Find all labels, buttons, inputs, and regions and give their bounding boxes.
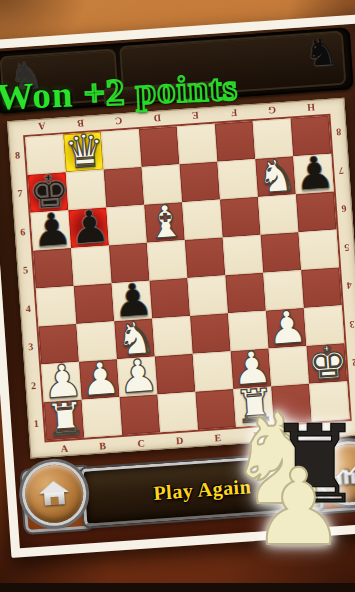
file-label-B: B	[83, 437, 122, 454]
square-d3[interactable]	[152, 316, 193, 357]
result-text: Won	[0, 73, 74, 117]
square-a4[interactable]	[36, 286, 77, 327]
file-label-A: A	[45, 440, 84, 457]
square-g5[interactable]	[261, 232, 302, 273]
square-h3[interactable]	[304, 305, 345, 346]
square-g2[interactable]	[269, 346, 310, 387]
square-f6[interactable]	[220, 197, 261, 238]
result-points-text: +2 points	[83, 66, 239, 113]
white-queen: ♛	[63, 128, 104, 176]
square-c8[interactable]	[101, 129, 142, 170]
app-root: { "game": "chess", "position": "1Q6/k5Np…	[0, 0, 355, 592]
square-f2[interactable]: ♟	[231, 349, 272, 390]
square-d5[interactable]	[147, 240, 188, 281]
square-h8[interactable]	[291, 116, 332, 157]
square-d2[interactable]	[155, 354, 196, 395]
square-c1[interactable]	[120, 394, 161, 435]
square-d8[interactable]	[139, 126, 180, 167]
white-pawn: ♟	[41, 358, 82, 406]
square-c2[interactable]: ♟	[117, 356, 158, 397]
black-king: ♚	[28, 168, 69, 216]
square-g6[interactable]	[258, 194, 299, 235]
white-pawn: ♟	[117, 352, 158, 400]
square-e7[interactable]	[179, 162, 220, 203]
square-b4[interactable]	[74, 283, 115, 324]
white-pawn-decoration: ♟	[251, 455, 346, 561]
square-a1[interactable]: ♜	[44, 400, 85, 441]
square-b1[interactable]	[82, 397, 123, 438]
square-e4[interactable]	[187, 275, 228, 316]
black-knight-icon: ♞	[304, 33, 340, 72]
white-pawn: ♟	[266, 304, 307, 352]
square-d6[interactable]: ♝	[144, 202, 185, 243]
square-g3[interactable]: ♟	[266, 308, 307, 349]
square-c3[interactable]: ♞	[114, 319, 155, 360]
decorative-chess-pieces: ♞ ♜ ♟	[199, 405, 355, 580]
square-c5[interactable]	[109, 243, 150, 284]
square-a5[interactable]	[33, 248, 74, 289]
square-a8[interactable]	[25, 134, 66, 175]
black-pawn: ♟	[30, 206, 71, 254]
home-icon	[38, 480, 70, 508]
square-g7[interactable]: ♞	[255, 156, 296, 197]
square-e6[interactable]	[182, 200, 223, 241]
bottom-black-strip	[0, 583, 355, 592]
square-h5[interactable]	[299, 230, 340, 271]
white-knight: ♞	[114, 315, 155, 363]
square-a7[interactable]: ♚	[28, 172, 69, 213]
square-b2[interactable]: ♟	[79, 359, 120, 400]
white-knight: ♞	[255, 152, 296, 200]
square-h2[interactable]: ♚	[306, 343, 347, 384]
square-b3[interactable]	[76, 321, 117, 362]
square-f4[interactable]	[225, 273, 266, 314]
square-f7[interactable]	[217, 159, 258, 200]
square-e5[interactable]	[185, 237, 226, 278]
square-g8[interactable]	[253, 118, 294, 159]
square-h6[interactable]	[296, 192, 337, 233]
square-b6[interactable]: ♟	[68, 208, 109, 249]
square-f3[interactable]	[228, 311, 269, 352]
white-rook: ♜	[43, 396, 84, 444]
square-e8[interactable]	[177, 124, 218, 165]
white-pawn: ♟	[230, 345, 271, 393]
white-king: ♚	[306, 339, 347, 387]
square-c7[interactable]	[104, 167, 145, 208]
square-h4[interactable]	[301, 267, 342, 308]
rank-label-6: 6	[336, 189, 353, 228]
square-a2[interactable]: ♟	[41, 362, 82, 403]
square-e3[interactable]	[190, 313, 231, 354]
black-pawn: ♟	[68, 204, 109, 252]
square-b5[interactable]	[71, 245, 112, 286]
rank-label-7: 7	[333, 151, 350, 190]
square-d7[interactable]	[142, 164, 183, 205]
square-f8[interactable]	[215, 121, 256, 162]
square-h7[interactable]: ♟	[293, 154, 334, 195]
white-bishop: ♝	[144, 198, 185, 246]
square-f5[interactable]	[223, 235, 264, 276]
white-pawn: ♟	[79, 355, 120, 403]
black-pawn: ♟	[293, 150, 334, 198]
square-a3[interactable]	[38, 324, 79, 365]
square-b8[interactable]: ♛	[63, 132, 104, 173]
square-d4[interactable]	[150, 278, 191, 319]
rank-label-5: 5	[338, 228, 355, 267]
square-b7[interactable]	[66, 170, 107, 211]
rank-label-8: 8	[330, 113, 347, 152]
square-c4[interactable]: ♟	[112, 281, 153, 322]
file-label-D: D	[160, 432, 199, 449]
square-a6[interactable]: ♟	[31, 210, 72, 251]
file-label-C: C	[121, 434, 160, 451]
square-d1[interactable]	[157, 392, 198, 433]
square-g4[interactable]	[263, 270, 304, 311]
black-pawn: ♟	[111, 277, 152, 325]
square-c6[interactable]	[106, 205, 147, 246]
